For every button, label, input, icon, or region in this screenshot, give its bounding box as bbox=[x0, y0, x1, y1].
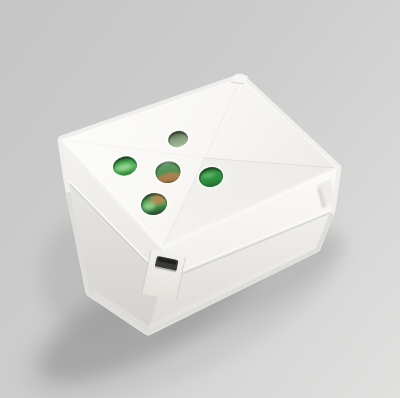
photo-scene: Overhead photo of a small white plastic … bbox=[0, 0, 400, 398]
device-photo bbox=[0, 0, 400, 398]
